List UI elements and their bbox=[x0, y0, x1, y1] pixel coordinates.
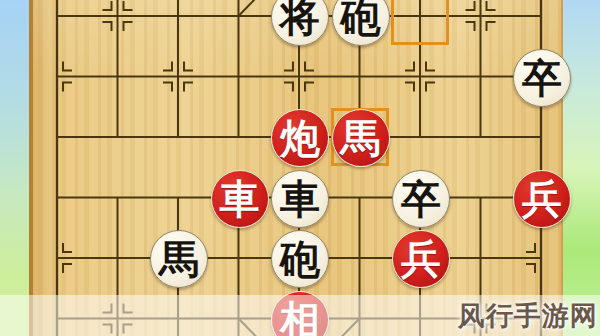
background-right bbox=[563, 0, 600, 336]
piece-glyph: 馬 bbox=[341, 118, 381, 158]
piece-red-soldier[interactable]: 兵 bbox=[392, 230, 450, 288]
piece-glyph: 炮 bbox=[280, 118, 320, 158]
piece-glyph: 兵 bbox=[401, 239, 441, 279]
piece-black-cannon[interactable]: 砲 bbox=[271, 230, 329, 288]
piece-glyph: 卒 bbox=[522, 58, 562, 98]
piece-red-chariot[interactable]: 車 bbox=[211, 170, 269, 228]
piece-black-chariot[interactable]: 車 bbox=[271, 170, 329, 228]
piece-black-soldier[interactable]: 卒 bbox=[392, 170, 450, 228]
piece-glyph: 将 bbox=[280, 0, 320, 37]
piece-black-horse[interactable]: 馬 bbox=[150, 230, 208, 288]
piece-glyph: 車 bbox=[220, 179, 260, 219]
xiangqi-board[interactable]: 将砲卒炮馬車車卒兵馬砲兵相 bbox=[29, 0, 563, 336]
piece-black-soldier[interactable]: 卒 bbox=[513, 49, 571, 107]
background-left bbox=[0, 0, 29, 336]
screenshot-root: 将砲卒炮馬車車卒兵馬砲兵相 风行手游网 bbox=[0, 0, 600, 336]
piece-glyph: 砲 bbox=[280, 239, 320, 279]
piece-glyph: 馬 bbox=[159, 239, 199, 279]
piece-glyph: 車 bbox=[280, 179, 320, 219]
piece-black-cannon[interactable]: 砲 bbox=[332, 0, 390, 46]
piece-red-soldier[interactable]: 兵 bbox=[513, 170, 571, 228]
piece-glyph: 兵 bbox=[522, 179, 562, 219]
piece-glyph: 砲 bbox=[341, 0, 381, 37]
piece-red-horse[interactable]: 馬 bbox=[332, 109, 390, 167]
watermark-text: 风行手游网 bbox=[458, 298, 598, 334]
piece-glyph: 卒 bbox=[401, 179, 441, 219]
piece-red-cannon[interactable]: 炮 bbox=[271, 109, 329, 167]
last-move-from-highlight bbox=[391, 0, 449, 45]
